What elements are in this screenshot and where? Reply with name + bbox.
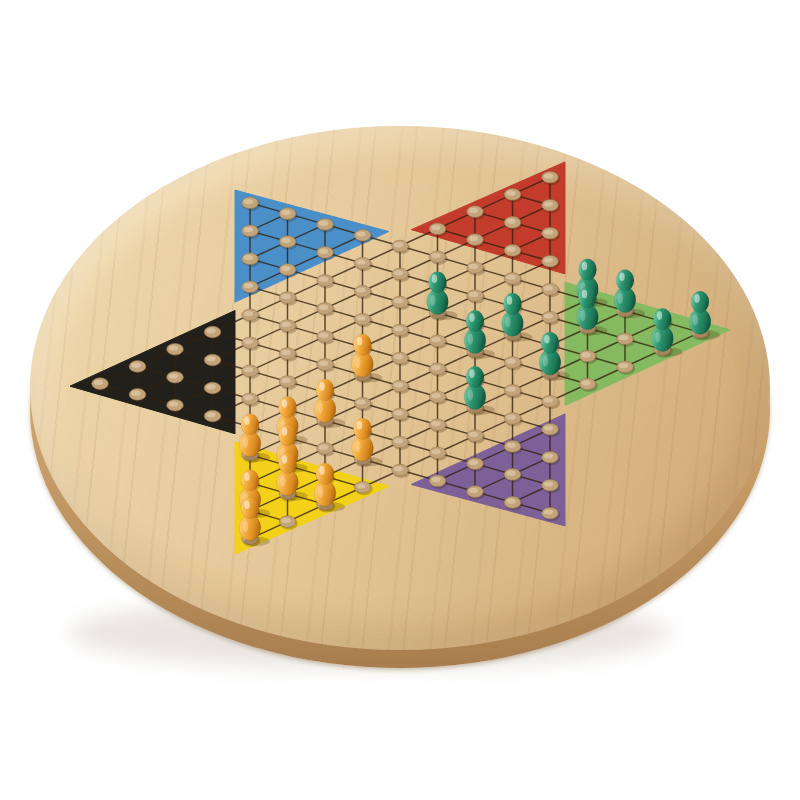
peg-yellow[interactable]: [352, 334, 383, 382]
peg-yellow[interactable]: [352, 418, 383, 466]
peg-green[interactable]: [689, 291, 720, 339]
peg-green[interactable]: [502, 293, 533, 341]
peg-green[interactable]: [464, 310, 495, 358]
peg-yellow[interactable]: [314, 379, 345, 427]
peg-green[interactable]: [464, 366, 495, 414]
chinese-checkers-board-photo: Chinese Checkers: [0, 0, 800, 800]
peg-green[interactable]: [427, 272, 458, 320]
hole[interactable]: [542, 283, 561, 297]
peg-green[interactable]: [614, 270, 645, 318]
star-grid-overlay: [0, 0, 800, 800]
peg-yellow[interactable]: [239, 414, 270, 462]
